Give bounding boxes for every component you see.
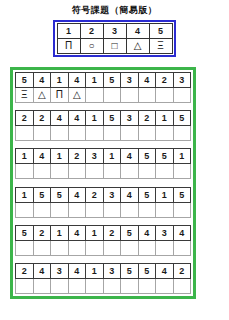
- key-number-cell: 2: [80, 24, 103, 39]
- answer-row: [16, 240, 191, 255]
- key-symbol-cell: □: [103, 39, 126, 54]
- digit-cell: 5: [173, 187, 191, 202]
- answer-cell[interactable]: [16, 164, 34, 179]
- digit-cell: 4: [68, 263, 86, 278]
- key-symbol-cell: Ξ: [149, 39, 172, 54]
- digit-row: 5214125434: [16, 225, 191, 240]
- answer-row: [16, 278, 191, 293]
- answer-cell[interactable]: [51, 240, 69, 255]
- page-title: 符号課題（簡易版）: [0, 0, 229, 16]
- task-row-block: 5414153423Ξ△Π△: [15, 72, 191, 103]
- answer-cell[interactable]: [68, 164, 86, 179]
- digit-cell: 4: [33, 73, 51, 88]
- digit-cell: 4: [51, 111, 69, 126]
- task-row-block: 5214125434: [15, 225, 191, 256]
- digit-cell: 2: [33, 225, 51, 240]
- answer-cell[interactable]: [86, 240, 104, 255]
- digit-cell: 2: [138, 111, 156, 126]
- digit-cell: 4: [121, 149, 139, 164]
- answer-cell[interactable]: [103, 88, 121, 103]
- digit-cell: 4: [68, 225, 86, 240]
- digit-cell: 5: [156, 149, 174, 164]
- digit-cell: 2: [16, 263, 34, 278]
- digit-cell: 4: [173, 225, 191, 240]
- digit-cell: 5: [51, 187, 69, 202]
- digit-cell: 1: [103, 149, 121, 164]
- digit-cell: 3: [103, 187, 121, 202]
- digit-cell: 4: [33, 263, 51, 278]
- key-symbol-cell: △: [126, 39, 149, 54]
- answer-cell[interactable]: [103, 278, 121, 293]
- digit-cell: 1: [51, 149, 69, 164]
- answer-row: [16, 202, 191, 217]
- answer-board: 5414153423Ξ△Π△22441532151412314551155423…: [10, 67, 196, 299]
- digit-cell: 1: [156, 111, 174, 126]
- answer-cell[interactable]: [103, 240, 121, 255]
- key-symbol-row: Π○□△Ξ: [57, 39, 172, 54]
- answer-cell[interactable]: [33, 240, 51, 255]
- digit-cell: 1: [156, 187, 174, 202]
- digit-cell: 5: [121, 263, 139, 278]
- worksheet-page: 符号課題（簡易版） 12345 Π○□△Ξ 5414153423Ξ△Π△2244…: [0, 0, 229, 320]
- digit-row: 1554234515: [16, 187, 191, 202]
- answer-cell[interactable]: [173, 126, 191, 141]
- answer-cell[interactable]: Ξ: [16, 88, 34, 103]
- digit-cell: 5: [138, 263, 156, 278]
- answer-cell[interactable]: [138, 202, 156, 217]
- digit-cell: 3: [103, 263, 121, 278]
- answer-cell[interactable]: [121, 88, 139, 103]
- answer-cell[interactable]: [103, 202, 121, 217]
- digit-cell: 5: [103, 73, 121, 88]
- answer-cell[interactable]: [86, 164, 104, 179]
- digit-cell: 1: [86, 225, 104, 240]
- answer-cell[interactable]: [138, 88, 156, 103]
- answer-cell[interactable]: [86, 88, 104, 103]
- digit-cell: 5: [33, 187, 51, 202]
- digit-cell: 3: [173, 73, 191, 88]
- answer-cell[interactable]: [51, 164, 69, 179]
- digit-cell: 2: [68, 149, 86, 164]
- digit-cell: 2: [16, 111, 34, 126]
- answer-cell[interactable]: [156, 126, 174, 141]
- digit-cell: 3: [121, 73, 139, 88]
- answer-cell[interactable]: [121, 278, 139, 293]
- answer-cell[interactable]: [68, 278, 86, 293]
- answer-cell[interactable]: [173, 278, 191, 293]
- digit-cell: 3: [86, 149, 104, 164]
- answer-cell[interactable]: [121, 202, 139, 217]
- digit-cell: 1: [51, 225, 69, 240]
- answer-cell[interactable]: [16, 278, 34, 293]
- key-number-cell: 3: [103, 24, 126, 39]
- answer-cell[interactable]: [16, 126, 34, 141]
- answer-cell[interactable]: [86, 126, 104, 141]
- answer-cell[interactable]: [33, 126, 51, 141]
- digit-cell: 4: [33, 149, 51, 164]
- digit-cell: 3: [51, 263, 69, 278]
- answer-cell[interactable]: [103, 164, 121, 179]
- digit-cell: 3: [156, 225, 174, 240]
- answer-cell[interactable]: [138, 278, 156, 293]
- answer-cell[interactable]: [138, 164, 156, 179]
- digit-cell: 4: [138, 73, 156, 88]
- digit-cell: 2: [103, 225, 121, 240]
- answer-cell[interactable]: △: [33, 88, 51, 103]
- answer-cell[interactable]: △: [68, 88, 86, 103]
- digit-cell: 5: [121, 225, 139, 240]
- digit-row: 5414153423: [16, 73, 191, 88]
- digit-cell: 5: [173, 111, 191, 126]
- answer-cell[interactable]: [68, 202, 86, 217]
- digit-cell: 4: [138, 225, 156, 240]
- answer-cell[interactable]: [68, 126, 86, 141]
- digit-cell: 3: [121, 111, 139, 126]
- digit-cell: 1: [173, 149, 191, 164]
- digit-cell: 2: [173, 263, 191, 278]
- answer-cell[interactable]: [138, 240, 156, 255]
- key-number-row: 12345: [57, 24, 172, 39]
- answer-row: Ξ△Π△: [16, 88, 191, 103]
- answer-cell[interactable]: [86, 278, 104, 293]
- digit-cell: 1: [16, 187, 34, 202]
- task-row-block: 2434135542: [15, 263, 191, 294]
- answer-row: [16, 126, 191, 141]
- answer-cell[interactable]: [51, 278, 69, 293]
- digit-cell: 4: [156, 263, 174, 278]
- digit-cell: 2: [156, 73, 174, 88]
- digit-cell: 2: [33, 111, 51, 126]
- answer-cell[interactable]: [103, 126, 121, 141]
- key-symbol-cell: Π: [57, 39, 80, 54]
- digit-cell: 1: [16, 149, 34, 164]
- digit-cell: 4: [68, 73, 86, 88]
- answer-cell[interactable]: [173, 202, 191, 217]
- answer-cell[interactable]: [51, 202, 69, 217]
- digit-row: 2244153215: [16, 111, 191, 126]
- key-symbol-cell: ○: [80, 39, 103, 54]
- answer-cell[interactable]: [156, 88, 174, 103]
- task-row-block: 2244153215: [15, 110, 191, 141]
- answer-cell[interactable]: [156, 164, 174, 179]
- answer-cell[interactable]: [173, 88, 191, 103]
- digit-cell: 1: [51, 73, 69, 88]
- answer-cell[interactable]: [33, 202, 51, 217]
- answer-cell[interactable]: [156, 240, 174, 255]
- answer-row: [16, 164, 191, 179]
- key-table: 12345 Π○□△Ξ: [57, 23, 173, 54]
- digit-row: 2434135542: [16, 263, 191, 278]
- answer-cell[interactable]: [121, 240, 139, 255]
- answer-cell[interactable]: [173, 240, 191, 255]
- answer-cell[interactable]: [33, 278, 51, 293]
- key-number-cell: 1: [57, 24, 80, 39]
- answer-cell[interactable]: [156, 202, 174, 217]
- answer-cell[interactable]: [173, 164, 191, 179]
- digit-cell: 4: [68, 111, 86, 126]
- digit-cell: 5: [16, 225, 34, 240]
- key-number-cell: 5: [149, 24, 172, 39]
- key-number-cell: 4: [126, 24, 149, 39]
- digit-cell: 1: [86, 263, 104, 278]
- answer-cell[interactable]: [68, 240, 86, 255]
- answer-cell[interactable]: [16, 240, 34, 255]
- answer-cell[interactable]: [16, 202, 34, 217]
- digit-cell: 1: [86, 111, 104, 126]
- digit-cell: 5: [103, 111, 121, 126]
- digit-cell: 5: [138, 149, 156, 164]
- answer-cell[interactable]: [138, 126, 156, 141]
- digit-cell: 4: [68, 187, 86, 202]
- digit-row: 1412314551: [16, 149, 191, 164]
- task-row-block: 1554234515: [15, 187, 191, 218]
- answer-cell[interactable]: [121, 126, 139, 141]
- task-row-block: 1412314551: [15, 148, 191, 179]
- digit-cell: 5: [16, 73, 34, 88]
- answer-cell[interactable]: [51, 126, 69, 141]
- digit-cell: 4: [121, 187, 139, 202]
- answer-cell[interactable]: [156, 278, 174, 293]
- answer-cell[interactable]: [33, 164, 51, 179]
- digit-cell: 2: [86, 187, 104, 202]
- digit-cell: 1: [86, 73, 104, 88]
- key-box: 12345 Π○□△Ξ: [53, 20, 176, 57]
- answer-cell[interactable]: Π: [51, 88, 69, 103]
- answer-cell[interactable]: [86, 202, 104, 217]
- digit-cell: 5: [138, 187, 156, 202]
- answer-cell[interactable]: [121, 164, 139, 179]
